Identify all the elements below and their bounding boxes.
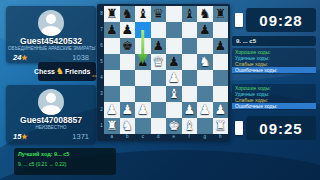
clock-time-top: 09:28 [246, 8, 316, 32]
file-label-d: d [151, 134, 167, 140]
black-pawn-g7: ♟ [197, 22, 213, 38]
file-labels: abcdefgh [104, 134, 228, 140]
white-pawn-a2: ♟ [104, 102, 120, 118]
white-pawn-h2: ♟ [213, 102, 229, 118]
chess-board: 87654321 ♜♞♝♛♝♞♜♟♟♟♚♟♟♟♛♟♞♟♝♟♟♟♟♟♟♜♞♚♝♜ … [97, 4, 230, 141]
square-a8[interactable]: ♜ [104, 6, 120, 22]
square-h6[interactable]: ♟ [213, 38, 229, 54]
black-king-b6: ♚ [120, 38, 136, 54]
square-a3[interactable] [104, 86, 120, 102]
square-c3[interactable] [135, 86, 151, 102]
square-f3[interactable] [182, 86, 198, 102]
black-bishop-c8: ♝ [135, 6, 151, 22]
player-name: Guest45420532 [6, 37, 96, 46]
black-queen-d8: ♛ [151, 6, 167, 22]
square-f6[interactable] [182, 38, 198, 54]
clock-bottom: 09:25 [235, 116, 316, 140]
square-a2[interactable]: ♟ [104, 102, 120, 118]
white-bishop-e3: ♝ [166, 86, 182, 102]
white-pawn-b2: ♟ [120, 102, 136, 118]
player-name: Guest47008857 [6, 116, 96, 125]
square-a7[interactable]: ♟ [104, 22, 120, 38]
file-label-h: h [213, 134, 229, 140]
square-c4[interactable] [135, 70, 151, 86]
square-e6[interactable] [166, 38, 182, 54]
square-a6[interactable] [104, 38, 120, 54]
square-e5[interactable]: ♟ [166, 54, 182, 70]
player-stars: 24★ [13, 53, 28, 62]
square-b6[interactable]: ♚ [120, 38, 136, 54]
black-knight-g8: ♞ [197, 6, 213, 22]
square-e1[interactable]: ♚ [166, 118, 182, 134]
star-icon: ★ [21, 54, 27, 61]
black-pawn-b7: ♟ [120, 22, 136, 38]
file-label-f: f [182, 134, 198, 140]
square-c2[interactable]: ♟ [135, 102, 151, 118]
black-rook-a8: ♜ [104, 6, 120, 22]
square-g2[interactable]: ♟ [197, 102, 213, 118]
square-h1[interactable]: ♜ [213, 118, 229, 134]
square-h3[interactable] [213, 86, 229, 102]
stat-row-bad-moves: Ошибочные ходы: [232, 103, 316, 109]
square-f4[interactable] [182, 70, 198, 86]
black-pawn-e5: ♟ [166, 54, 182, 70]
square-d1[interactable] [151, 118, 167, 134]
square-d3[interactable] [151, 86, 167, 102]
square-g3[interactable] [197, 86, 213, 102]
black-bishop-f8: ♝ [182, 6, 198, 22]
file-label-e: e [166, 134, 182, 140]
stats-block-bottom: Хорошие ходы:Удачные ходы:Слабые ходы:Ош… [232, 84, 316, 110]
played-move-eval-text: 9. ... c5 (0.21 → 0.22) [18, 161, 112, 168]
square-e7[interactable] [166, 22, 182, 38]
square-a5[interactable] [104, 54, 120, 70]
logo-text: Friends [65, 68, 90, 75]
square-b5[interactable] [120, 54, 136, 70]
square-a1[interactable]: ♜ [104, 118, 120, 134]
square-h2[interactable]: ♟ [213, 102, 229, 118]
white-tile-icon [235, 121, 243, 135]
square-f7[interactable] [182, 22, 198, 38]
square-d5[interactable]: ♛ [151, 54, 167, 70]
square-b8[interactable]: ♞ [120, 6, 136, 22]
white-tile-icon [235, 13, 243, 27]
square-c6[interactable] [135, 38, 151, 54]
square-g4[interactable] [197, 70, 213, 86]
avatar [38, 89, 64, 115]
square-h4[interactable] [213, 70, 229, 86]
square-d2[interactable] [151, 102, 167, 118]
chessfriends-logo[interactable]: Chess ♞ Friends .com [38, 62, 96, 81]
player-rating: 1038 [72, 53, 89, 62]
best-move-text: Лучший ход: 9... c5 [18, 151, 112, 158]
game-screen: Guest45420532 ОБЪЕДИНЕННЫЕ АРАБСКИЕ ЭМИР… [0, 0, 320, 180]
square-e3[interactable]: ♝ [166, 86, 182, 102]
square-a4[interactable] [104, 70, 120, 86]
white-knight-g5: ♞ [197, 54, 213, 70]
square-g6[interactable] [197, 38, 213, 54]
square-c7[interactable] [135, 22, 151, 38]
player-rating: 1371 [72, 132, 89, 141]
star-icon: ★ [21, 133, 27, 140]
logo-text: Chess [34, 68, 55, 75]
clock-time-bottom: 09:25 [246, 116, 316, 140]
square-c8[interactable]: ♝ [135, 6, 151, 22]
square-d7[interactable] [151, 22, 167, 38]
square-b3[interactable] [120, 86, 136, 102]
stats-block-top: Хорошие ходы:Удачные ходы:Слабые ходы:Ош… [232, 48, 316, 74]
square-e8[interactable] [166, 6, 182, 22]
square-h5[interactable] [213, 54, 229, 70]
current-move-header: 9. ... c5 [232, 36, 316, 46]
square-d8[interactable]: ♛ [151, 6, 167, 22]
black-pawn-d6: ♟ [151, 38, 167, 54]
white-queen-d5: ♛ [151, 54, 167, 70]
black-pawn-h6: ♟ [213, 38, 229, 54]
square-f1[interactable]: ♝ [182, 118, 198, 134]
white-pawn-f2: ♟ [182, 102, 198, 118]
white-rook-a1: ♜ [104, 118, 120, 134]
square-h7[interactable] [213, 22, 229, 38]
engine-analysis-box: Лучший ход: 9... c5 9. ... c5 (0.21 → 0.… [14, 148, 116, 175]
square-c5[interactable]: ♟ [135, 54, 151, 70]
black-rook-h8: ♜ [213, 6, 229, 22]
black-knight-b8: ♞ [120, 6, 136, 22]
player-card-top: Guest45420532 ОБЪЕДИНЕННЫЕ АРАБСКИЕ ЭМИР… [6, 6, 96, 63]
player-country: ОБЪЕДИНЕННЫЕ АРАБСКИЕ ЭМИРАТЫ [6, 46, 96, 52]
square-b1[interactable]: ♞ [120, 118, 136, 134]
square-d4[interactable] [151, 70, 167, 86]
square-d6[interactable]: ♟ [151, 38, 167, 54]
knight-icon: ♞ [56, 67, 64, 76]
square-f2[interactable]: ♟ [182, 102, 198, 118]
white-pawn-c2: ♟ [135, 102, 151, 118]
file-label-g: g [197, 134, 213, 140]
white-bishop-f1: ♝ [182, 118, 198, 134]
board-grid: ♜♞♝♛♝♞♜♟♟♟♚♟♟♟♛♟♞♟♝♟♟♟♟♟♟♜♞♚♝♜ [104, 6, 228, 134]
square-g1[interactable] [197, 118, 213, 134]
stat-row-bad-moves: Ошибочные ходы: [232, 67, 316, 73]
square-f8[interactable]: ♝ [182, 6, 198, 22]
white-pawn-g2: ♟ [197, 102, 213, 118]
square-c1[interactable] [135, 118, 151, 134]
square-g5[interactable]: ♞ [197, 54, 213, 70]
square-b2[interactable]: ♟ [120, 102, 136, 118]
square-h8[interactable]: ♜ [213, 6, 229, 22]
square-g7[interactable]: ♟ [197, 22, 213, 38]
black-pawn-c5: ♟ [135, 54, 151, 70]
white-pawn-e4: ♟ [166, 70, 182, 86]
square-e4[interactable]: ♟ [166, 70, 182, 86]
black-pawn-a7: ♟ [104, 22, 120, 38]
avatar [38, 10, 64, 36]
square-b4[interactable] [120, 70, 136, 86]
square-f5[interactable] [182, 54, 198, 70]
player-card-bottom: Guest47008857 НЕИЗВЕСТНО 15★ 1371 [6, 85, 96, 144]
square-g8[interactable]: ♞ [197, 6, 213, 22]
file-label-c: c [135, 134, 151, 140]
player-stars: 15★ [13, 132, 28, 141]
white-knight-b1: ♞ [120, 118, 136, 134]
white-king-e1: ♚ [166, 118, 182, 134]
square-b7[interactable]: ♟ [120, 22, 136, 38]
file-label-b: b [120, 134, 136, 140]
square-e2[interactable] [166, 102, 182, 118]
white-rook-h1: ♜ [213, 118, 229, 134]
file-label-a: a [104, 134, 120, 140]
clock-top: 09:28 [235, 8, 316, 32]
